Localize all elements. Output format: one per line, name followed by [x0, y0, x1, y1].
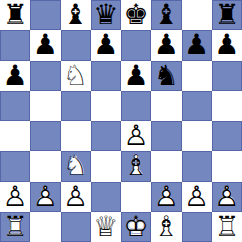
square-e8[interactable]: ♚: [121, 0, 151, 30]
square-e3[interactable]: ♝♗: [121, 151, 151, 181]
piece-glyph: ♟: [151, 30, 181, 60]
square-h4[interactable]: [212, 121, 242, 151]
piece-black-pawn[interactable]: ♟: [121, 61, 151, 91]
piece-white-knight[interactable]: ♞♘: [61, 61, 91, 91]
square-g5[interactable]: [182, 91, 212, 121]
square-b8[interactable]: [30, 0, 60, 30]
piece-white-pawn[interactable]: ♟♙: [212, 182, 242, 212]
square-f5[interactable]: [151, 91, 181, 121]
square-c4[interactable]: [61, 121, 91, 151]
piece-white-rook[interactable]: ♜♖: [0, 212, 30, 242]
square-h5[interactable]: [212, 91, 242, 121]
square-a1[interactable]: ♜♖: [0, 212, 30, 242]
square-d4[interactable]: [91, 121, 121, 151]
piece-white-queen[interactable]: ♛♕: [91, 212, 121, 242]
piece-glyph: ♛: [91, 0, 121, 30]
piece-glyph: ♝: [151, 0, 181, 30]
square-e1[interactable]: ♚♔: [121, 212, 151, 242]
piece-black-pawn[interactable]: ♟: [182, 30, 212, 60]
square-h7[interactable]: ♟: [212, 30, 242, 60]
square-f3[interactable]: [151, 151, 181, 181]
square-g6[interactable]: [182, 61, 212, 91]
square-g8[interactable]: [182, 0, 212, 30]
square-e6[interactable]: ♟: [121, 61, 151, 91]
square-d8[interactable]: ♛: [91, 0, 121, 30]
piece-black-bishop[interactable]: ♝: [61, 0, 91, 30]
square-f1[interactable]: ♝♗: [151, 212, 181, 242]
square-c6[interactable]: ♞♘: [61, 61, 91, 91]
piece-glyph-outline: ♖: [212, 212, 242, 242]
square-e5[interactable]: [121, 91, 151, 121]
piece-black-king[interactable]: ♚: [121, 0, 151, 30]
square-c7[interactable]: [61, 30, 91, 60]
square-h1[interactable]: ♜♖: [212, 212, 242, 242]
square-b5[interactable]: [30, 91, 60, 121]
piece-black-knight[interactable]: ♞: [151, 61, 181, 91]
square-g3[interactable]: [182, 151, 212, 181]
piece-glyph-outline: ♙: [182, 182, 212, 212]
piece-glyph-outline: ♗: [121, 151, 151, 181]
piece-black-rook[interactable]: ♜: [0, 0, 30, 30]
piece-black-pawn[interactable]: ♟: [30, 30, 60, 60]
square-b1[interactable]: [30, 212, 60, 242]
piece-glyph: ♟: [91, 30, 121, 60]
piece-glyph: ♞: [151, 61, 181, 91]
square-f4[interactable]: [151, 121, 181, 151]
square-a4[interactable]: [0, 121, 30, 151]
piece-white-pawn[interactable]: ♟♙: [121, 121, 151, 151]
piece-glyph: ♜: [212, 0, 242, 30]
square-f8[interactable]: ♝: [151, 0, 181, 30]
piece-glyph-outline: ♙: [212, 182, 242, 212]
square-d1[interactable]: ♛♕: [91, 212, 121, 242]
piece-white-king[interactable]: ♚♔: [121, 212, 151, 242]
piece-glyph-outline: ♖: [0, 212, 30, 242]
piece-glyph: ♚: [121, 0, 151, 30]
piece-white-knight[interactable]: ♞♘: [61, 151, 91, 181]
square-d5[interactable]: [91, 91, 121, 121]
square-b2[interactable]: ♟♙: [30, 182, 60, 212]
square-d3[interactable]: [91, 151, 121, 181]
piece-glyph: ♟: [182, 30, 212, 60]
piece-glyph: ♟: [212, 30, 242, 60]
piece-glyph: ♟: [121, 61, 151, 91]
square-b3[interactable]: [30, 151, 60, 181]
square-a7[interactable]: [0, 30, 30, 60]
square-g2[interactable]: ♟♙: [182, 182, 212, 212]
piece-white-pawn[interactable]: ♟♙: [182, 182, 212, 212]
square-b6[interactable]: [30, 61, 60, 91]
square-g1[interactable]: [182, 212, 212, 242]
square-a6[interactable]: ♟: [0, 61, 30, 91]
square-g4[interactable]: [182, 121, 212, 151]
square-d6[interactable]: [91, 61, 121, 91]
piece-white-pawn[interactable]: ♟♙: [151, 182, 181, 212]
piece-glyph-outline: ♙: [151, 182, 181, 212]
piece-white-bishop[interactable]: ♝♗: [121, 151, 151, 181]
piece-white-rook[interactable]: ♜♖: [212, 212, 242, 242]
piece-black-pawn[interactable]: ♟: [91, 30, 121, 60]
square-a8[interactable]: ♜: [0, 0, 30, 30]
square-f2[interactable]: ♟♙: [151, 182, 181, 212]
square-d2[interactable]: [91, 182, 121, 212]
square-a5[interactable]: [0, 91, 30, 121]
square-a3[interactable]: [0, 151, 30, 181]
piece-glyph-outline: ♙: [61, 182, 91, 212]
square-e4[interactable]: ♟♙: [121, 121, 151, 151]
square-c8[interactable]: ♝: [61, 0, 91, 30]
piece-glyph-outline: ♙: [0, 182, 30, 212]
piece-black-pawn[interactable]: ♟: [151, 30, 181, 60]
piece-black-queen[interactable]: ♛: [91, 0, 121, 30]
piece-white-pawn[interactable]: ♟♙: [0, 182, 30, 212]
piece-glyph-outline: ♙: [121, 121, 151, 151]
piece-glyph-outline: ♗: [151, 212, 181, 242]
piece-glyph-outline: ♕: [91, 212, 121, 242]
piece-white-pawn[interactable]: ♟♙: [30, 182, 60, 212]
square-e2[interactable]: [121, 182, 151, 212]
piece-black-pawn[interactable]: ♟: [0, 61, 30, 91]
piece-white-bishop[interactable]: ♝♗: [151, 212, 181, 242]
square-b7[interactable]: ♟: [30, 30, 60, 60]
piece-black-bishop[interactable]: ♝: [151, 0, 181, 30]
square-a2[interactable]: ♟♙: [0, 182, 30, 212]
square-h6[interactable]: [212, 61, 242, 91]
piece-glyph-outline: ♘: [61, 61, 91, 91]
square-b4[interactable]: [30, 121, 60, 151]
piece-glyph-outline: ♔: [121, 212, 151, 242]
piece-glyph: ♜: [0, 0, 30, 30]
square-g7[interactable]: ♟: [182, 30, 212, 60]
piece-glyph: ♟: [30, 30, 60, 60]
piece-glyph-outline: ♙: [30, 182, 60, 212]
square-d7[interactable]: ♟: [91, 30, 121, 60]
square-h2[interactable]: ♟♙: [212, 182, 242, 212]
square-c2[interactable]: ♟♙: [61, 182, 91, 212]
square-h8[interactable]: ♜: [212, 0, 242, 30]
chess-board: ♜♝♛♚♝♜♟♟♟♟♟♟♞♘♟♞♟♙♞♘♝♗♟♙♟♙♟♙♟♙♟♙♟♙♜♖♛♕♚♔…: [0, 0, 242, 242]
piece-glyph: ♝: [61, 0, 91, 30]
square-c5[interactable]: [61, 91, 91, 121]
piece-glyph-outline: ♘: [61, 151, 91, 181]
piece-black-rook[interactable]: ♜: [212, 0, 242, 30]
piece-glyph: ♟: [0, 61, 30, 91]
square-h3[interactable]: [212, 151, 242, 181]
square-c3[interactable]: ♞♘: [61, 151, 91, 181]
square-c1[interactable]: [61, 212, 91, 242]
square-f7[interactable]: ♟: [151, 30, 181, 60]
piece-black-pawn[interactable]: ♟: [212, 30, 242, 60]
square-f6[interactable]: ♞: [151, 61, 181, 91]
square-e7[interactable]: [121, 30, 151, 60]
piece-white-pawn[interactable]: ♟♙: [61, 182, 91, 212]
